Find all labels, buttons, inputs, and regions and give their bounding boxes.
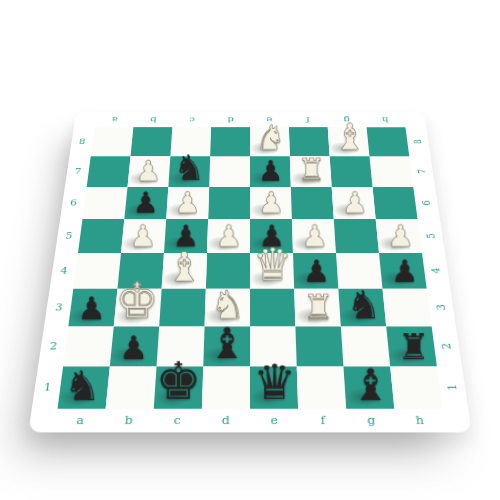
white-pawn-b5[interactable]: ♟ <box>129 221 156 251</box>
square-g5[interactable] <box>334 219 379 253</box>
rank-label-right-6: 6 <box>405 194 449 211</box>
rank-label-right-5: 5 <box>409 227 454 245</box>
file-label-bottom-f: f <box>298 409 348 433</box>
square-f5[interactable]: ♟ <box>292 219 336 253</box>
white-pawn-h5[interactable]: ♟ <box>387 221 414 251</box>
square-a8[interactable] <box>91 127 134 156</box>
mat-corner <box>403 112 426 127</box>
square-a4[interactable] <box>73 253 121 289</box>
square-b7[interactable]: ♟ <box>128 156 171 187</box>
file-label-top-b: b <box>133 112 173 127</box>
file-label-bottom-d: d <box>201 409 250 433</box>
rank-label-right-8: 8 <box>397 134 439 150</box>
rank-label-right-1: 1 <box>427 376 478 399</box>
square-e8[interactable]: ♞ <box>250 127 290 156</box>
square-g7[interactable] <box>330 156 373 187</box>
square-g1[interactable]: ♝ <box>343 366 394 408</box>
white-pawn-d5[interactable]: ♟ <box>215 221 242 251</box>
black-queen-e1[interactable]: ♛ <box>252 359 295 407</box>
rank-label-left-1: 1 <box>32 366 63 408</box>
black-knight-c7[interactable]: ♞ <box>173 150 204 185</box>
file-label-bottom-g: g <box>346 409 396 433</box>
black-pawn-a3[interactable]: ♟ <box>77 293 105 325</box>
square-b6[interactable]: ♟ <box>124 187 168 219</box>
square-a1[interactable]: ♞ <box>58 366 110 408</box>
white-bishop-g8[interactable]: ♝ <box>333 119 365 155</box>
file-label-top-a: a <box>95 112 135 127</box>
square-a3[interactable]: ♟ <box>68 289 117 327</box>
white-pawn-e6[interactable]: ♟ <box>258 188 284 217</box>
square-b3[interactable]: ♚ <box>114 289 162 327</box>
white-rook-f7[interactable]: ♜ <box>297 154 325 185</box>
black-knight-g3[interactable]: ♞ <box>346 286 381 325</box>
rank-label-left-2: 2 <box>38 326 68 366</box>
square-g6[interactable]: ♟ <box>332 187 376 219</box>
rank-label-right-4: 4 <box>413 261 459 280</box>
file-label-bottom-e: e <box>250 409 299 433</box>
square-f7[interactable]: ♜ <box>290 156 332 187</box>
white-pawn-g6[interactable]: ♟ <box>341 188 367 217</box>
file-label-top-d: d <box>211 112 250 127</box>
square-e6[interactable]: ♟ <box>250 187 292 219</box>
square-h6[interactable] <box>372 187 417 219</box>
chess-set-photo: abcdefgh8♞♝87♟♞♟♜76♟♟♟♟65♟♟♟♟♟♟54♝♛♟♟43♟… <box>55 58 445 448</box>
square-b8[interactable] <box>131 127 173 156</box>
black-knight-a1[interactable]: ♞ <box>63 365 100 406</box>
file-label-bottom-h: h <box>394 409 445 433</box>
white-pawn-c6[interactable]: ♟ <box>174 188 200 217</box>
white-knight-e8[interactable]: ♞ <box>255 121 286 155</box>
square-c7[interactable]: ♞ <box>168 156 210 187</box>
file-label-top-c: c <box>172 112 211 127</box>
square-f4[interactable]: ♟ <box>293 253 338 289</box>
white-queen-e4[interactable]: ♛ <box>252 243 292 287</box>
mat-corner <box>74 112 97 127</box>
white-pawn-f5[interactable]: ♟ <box>301 221 328 251</box>
file-label-top-f: f <box>288 112 327 127</box>
square-c4[interactable]: ♝ <box>162 253 207 289</box>
square-h2[interactable]: ♜ <box>386 326 437 366</box>
white-rook-f3[interactable]: ♜ <box>302 290 333 325</box>
black-bishop-g1[interactable]: ♝ <box>351 363 390 407</box>
chess-mat: abcdefgh8♞♝87♟♞♟♜76♟♟♟♟65♟♟♟♟♟♟54♝♛♟♟43♟… <box>28 112 472 432</box>
square-b5[interactable]: ♟ <box>121 219 166 253</box>
square-c1[interactable]: ♚ <box>154 366 204 408</box>
mat-corner <box>28 409 57 433</box>
square-e7[interactable]: ♟ <box>250 156 291 187</box>
black-pawn-h4[interactable]: ♟ <box>391 256 419 287</box>
black-pawn-f4[interactable]: ♟ <box>302 256 330 287</box>
square-e4[interactable]: ♛ <box>250 253 294 289</box>
square-e3[interactable] <box>250 289 295 327</box>
square-f2[interactable] <box>295 326 343 366</box>
square-d5[interactable]: ♟ <box>207 219 250 253</box>
file-label-bottom-b: b <box>103 409 153 433</box>
black-rook-h2[interactable]: ♜ <box>397 329 429 365</box>
black-bishop-d2[interactable]: ♝ <box>208 322 246 364</box>
square-f6[interactable] <box>291 187 334 219</box>
square-f1[interactable] <box>297 366 347 408</box>
square-d6[interactable] <box>208 187 250 219</box>
white-king-b3[interactable]: ♚ <box>115 276 159 325</box>
square-c3[interactable] <box>159 289 206 327</box>
white-pawn-b7[interactable]: ♟ <box>135 157 161 185</box>
square-a6[interactable] <box>82 187 127 219</box>
rank-label-left-4: 4 <box>50 253 78 289</box>
square-a7[interactable] <box>87 156 131 187</box>
rank-label-right-3: 3 <box>417 297 465 317</box>
black-pawn-e7[interactable]: ♟ <box>258 157 284 185</box>
square-a5[interactable] <box>78 219 124 253</box>
square-d8[interactable] <box>210 127 250 156</box>
square-d7[interactable] <box>209 156 250 187</box>
square-g3[interactable]: ♞ <box>338 289 386 327</box>
file-label-top-h: h <box>365 112 405 127</box>
file-label-bottom-a: a <box>54 409 105 433</box>
square-f3[interactable]: ♜ <box>294 289 341 327</box>
square-b1[interactable] <box>106 366 157 408</box>
mat-corner <box>442 409 471 433</box>
square-g8[interactable]: ♝ <box>328 127 370 156</box>
black-king-c1[interactable]: ♚ <box>155 355 201 406</box>
white-bishop-c4[interactable]: ♝ <box>166 247 202 287</box>
square-b2[interactable]: ♟ <box>110 326 159 366</box>
square-c6[interactable]: ♟ <box>166 187 209 219</box>
square-d1[interactable] <box>202 366 250 408</box>
chess-board: abcdefgh8♞♝87♟♞♟♜76♟♟♟♟65♟♟♟♟♟♟54♝♛♟♟43♟… <box>28 112 472 432</box>
file-label-bottom-c: c <box>152 409 202 433</box>
black-pawn-b6[interactable]: ♟ <box>132 188 158 217</box>
square-e1[interactable]: ♛ <box>250 366 298 408</box>
black-pawn-b2[interactable]: ♟ <box>119 332 148 365</box>
square-d2[interactable]: ♝ <box>203 326 250 366</box>
square-a2[interactable] <box>63 326 114 366</box>
